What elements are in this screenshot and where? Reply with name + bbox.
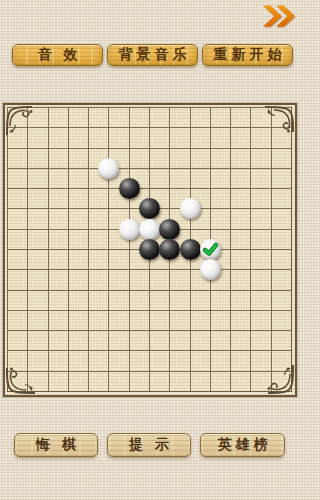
stone-black [159,239,180,260]
corner-ornament-icon [264,104,296,136]
corner-ornament-icon [4,364,36,396]
stone-black [180,239,201,260]
stone-white [119,219,140,240]
gomoku-board [3,103,297,397]
stone-white [98,158,119,179]
sound-effects-button[interactable]: 音 效 [12,44,103,66]
stone-black [159,219,180,240]
stone-black [139,239,160,260]
gomoku-app: { "game": "gomoku (five-in-a-row), 15x15… [0,0,300,500]
background-music-button[interactable]: 背景音乐 [107,44,198,66]
stone-black [139,198,160,219]
corner-ornament-icon [264,364,296,396]
double-chevron-right-icon [262,3,296,29]
corner-ornament-icon [4,104,36,136]
restart-button[interactable]: 重新开始 [202,44,293,66]
board-grid[interactable] [7,107,292,392]
leaderboard-button[interactable]: 英雄榜 [200,433,285,457]
expand-panel-button[interactable] [262,3,296,29]
stone-white [200,259,221,280]
hint-button[interactable]: 提 示 [107,433,191,457]
stone-white [180,198,201,219]
stone-black [119,178,140,199]
stone-white-last-move [200,239,221,260]
last-move-check-icon [200,239,221,260]
stone-white [139,219,160,240]
undo-move-button[interactable]: 悔 棋 [14,433,98,457]
